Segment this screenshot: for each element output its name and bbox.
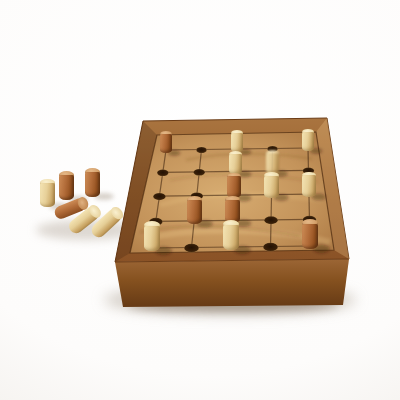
peg-body (85, 172, 100, 197)
peg-body (302, 175, 316, 197)
peg-body (264, 176, 278, 198)
cell-r3c1[interactable] (127, 184, 169, 206)
product-photo: Wooden strategy board game: square golde… (0, 0, 400, 400)
cell-r2c1[interactable] (129, 162, 170, 184)
peg-body (223, 225, 240, 250)
peg-body (231, 133, 243, 152)
peg-dark-r4c2[interactable] (187, 196, 202, 224)
cell-r1c2[interactable] (170, 141, 210, 162)
peg-light-r1c5[interactable] (302, 129, 314, 151)
cell-r4c4[interactable] (251, 206, 293, 229)
peg-light-r1c3[interactable] (231, 130, 243, 152)
peg-dark-r5c5[interactable] (302, 219, 319, 249)
board-front-face (115, 259, 349, 307)
peg-body (187, 200, 202, 224)
peg-light-r2c3[interactable] (229, 151, 242, 175)
peg-body (227, 176, 241, 198)
peg-body (302, 132, 314, 151)
peg-light-r5c1[interactable] (144, 221, 161, 251)
peg-light-r3c5[interactable] (302, 172, 316, 198)
peg-light-r5c3[interactable] (223, 220, 240, 250)
peg-dark-r3c3[interactable] (227, 173, 241, 199)
cell-r2c2[interactable] (169, 162, 210, 184)
reserve-peg-dark-standing[interactable] (59, 171, 74, 200)
peg-body (144, 226, 161, 251)
peg-light-r2c4[interactable] (266, 150, 279, 174)
peg-body (302, 224, 319, 249)
peg-dark-r1c1[interactable] (160, 131, 172, 153)
peg-body (160, 134, 172, 153)
cell-r5c4[interactable] (251, 229, 293, 253)
reserve-peg-light-standing[interactable] (40, 179, 55, 207)
peg-body (266, 153, 279, 173)
peg-body (59, 175, 74, 200)
reserve-peg-dark-standing[interactable] (85, 168, 100, 197)
cell-r5c2[interactable] (167, 229, 209, 253)
peg-dark-r4c3[interactable] (225, 196, 240, 224)
peg-body (229, 154, 242, 174)
peg-body (40, 183, 55, 207)
peg-light-r3c4[interactable] (264, 172, 278, 198)
